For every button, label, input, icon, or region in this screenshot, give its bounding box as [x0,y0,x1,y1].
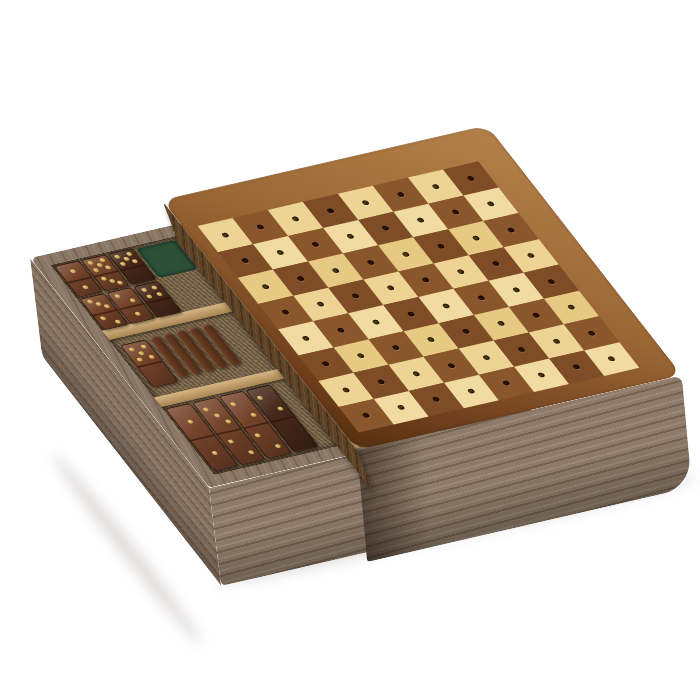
peg-hole [361,200,370,206]
brass-pip [247,450,254,455]
peg-hole [497,321,506,327]
peg-hole [336,327,345,333]
peg-hole [507,227,516,233]
peg-hole [392,345,401,351]
peg-hole [381,226,390,232]
brass-pip [148,355,155,360]
brass-pip [87,261,94,266]
brass-pip [125,252,132,257]
peg-hole [527,253,536,259]
brass-pip [274,444,281,449]
brass-pip [99,316,106,321]
brass-pip [213,413,220,418]
brass-pip [93,268,100,273]
brass-pip [114,294,121,299]
peg-hole [442,303,451,309]
peg-hole [552,338,561,344]
brass-pip [108,279,115,284]
peg-hole [406,311,415,317]
peg-hole [427,337,436,343]
brass-pip [277,406,284,411]
peg-hole [421,277,430,283]
brass-pip [116,281,123,286]
brass-pip [145,294,152,299]
brass-pip [114,319,121,324]
peg-hole [397,405,406,411]
peg-hole [241,258,250,264]
brass-pip [103,304,110,309]
brass-pip [99,258,106,263]
brass-pip [133,311,140,316]
peg-hole [537,372,546,378]
peg-hole [256,224,265,230]
brass-pip [94,302,101,307]
peg-hole [276,250,285,256]
peg-hole [412,371,421,377]
brass-pip [86,300,93,305]
peg-hole [351,293,360,299]
peg-hole [466,175,475,181]
peg-hole [462,329,471,335]
peg-hole [432,397,441,403]
peg-hole [486,201,495,207]
product-photo [0,0,700,700]
peg-hole [447,363,456,369]
brass-pip [156,292,163,297]
brass-pip [129,298,136,303]
peg-hole [296,276,305,282]
brass-pip [128,347,135,352]
peg-hole [362,413,371,419]
peg-hole [356,353,365,359]
peg-hole [371,319,380,325]
brass-pip [96,263,103,268]
peg-hole [261,284,270,290]
peg-hole [416,217,425,223]
peg-hole [331,268,340,274]
peg-hole [492,261,501,267]
brass-pip [100,277,107,282]
peg-hole [326,208,335,214]
peg-hole [572,364,581,370]
brass-pip [81,285,88,290]
brass-pip [229,402,236,407]
peg-hole [451,209,460,215]
brass-pip [122,257,129,262]
brass-pip [186,419,193,424]
peg-hole [567,305,576,311]
brass-pip [250,413,257,418]
peg-hole [281,310,290,316]
peg-hole [502,380,511,386]
brass-pip [131,259,138,264]
brass-pip [151,285,158,290]
peg-hole [342,387,351,393]
peg-hole [436,243,445,249]
brass-pip [138,351,145,356]
peg-hole [366,259,375,265]
brass-pip [224,419,231,424]
peg-hole [377,379,386,385]
peg-hole [401,251,410,257]
peg-hole [431,184,440,190]
peg-hole [607,356,616,362]
brass-pip [256,395,263,400]
brass-pip [140,344,147,349]
peg-hole [471,235,480,241]
brass-pip [136,357,143,362]
peg-hole [547,279,556,285]
brass-pip [69,269,76,274]
peg-hole [477,295,486,301]
peg-hole [291,216,300,222]
peg-hole [456,269,465,275]
peg-hole [221,232,230,238]
peg-hole [311,242,320,248]
brass-pip [211,451,218,456]
peg-hole [396,192,405,198]
brass-pip [120,262,127,267]
peg-hole [316,301,325,307]
peg-hole [346,234,355,240]
peg-hole [482,355,491,361]
brass-pip [104,265,111,270]
brass-pip [202,407,209,412]
brass-pip [114,254,121,259]
brass-pip [140,287,147,292]
peg-hole [321,361,330,367]
peg-hole [587,330,596,336]
peg-hole [467,389,476,395]
brass-pip [254,433,261,438]
peg-hole [386,285,395,291]
peg-hole [517,347,526,353]
peg-hole [512,287,521,293]
peg-hole [532,313,541,319]
brass-pip [227,439,234,444]
peg-hole [301,335,310,341]
